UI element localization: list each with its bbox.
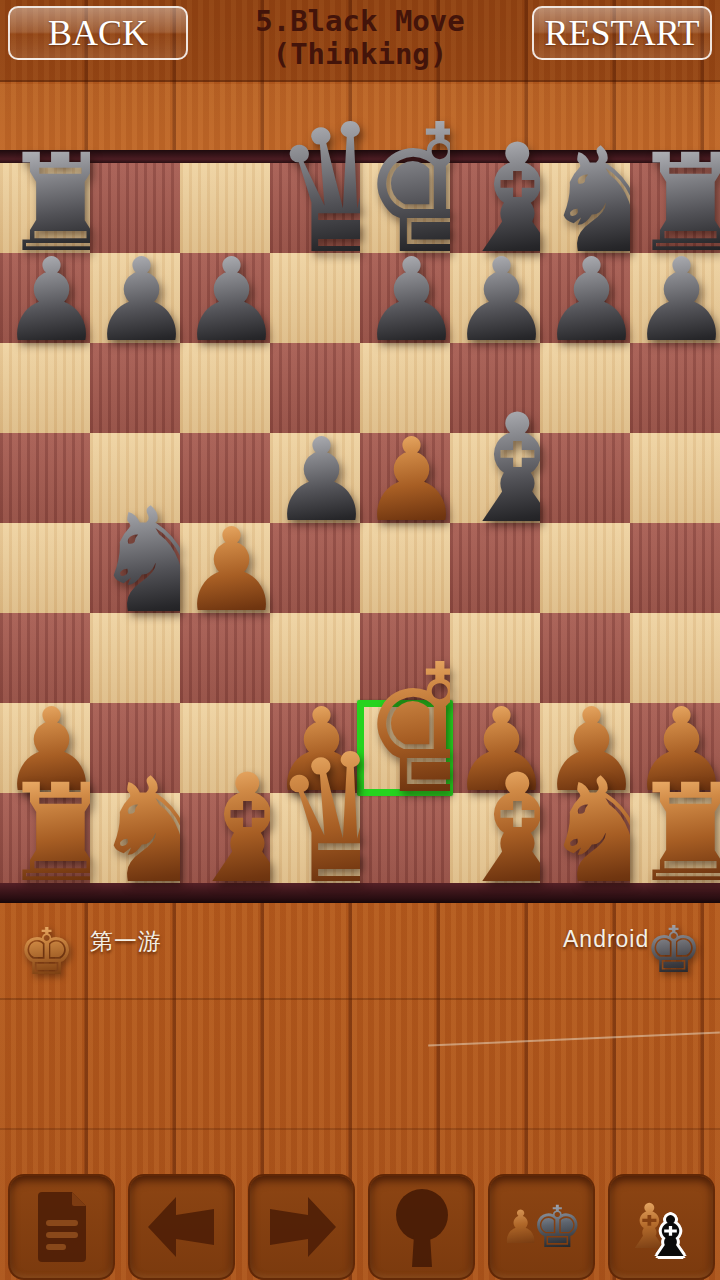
pawn-silhouette-icon	[387, 1187, 457, 1267]
square-h5[interactable]	[630, 433, 720, 523]
move-status: 5.Black Move (Thinking)	[180, 5, 540, 71]
white-player-name: 第一游	[90, 926, 162, 957]
white-pawn-c4[interactable]: ♟	[180, 513, 270, 628]
square-a4[interactable]	[0, 523, 90, 613]
redo-move-button[interactable]	[248, 1174, 355, 1280]
black-pawn-d5[interactable]: ♟	[270, 423, 360, 538]
left-arrow-icon	[146, 1195, 218, 1259]
pawn-silhouette-button[interactable]	[368, 1174, 475, 1280]
document-icon	[32, 1190, 92, 1264]
white-rook-a1[interactable]: ♜	[0, 766, 90, 901]
right-arrow-icon	[266, 1195, 338, 1259]
undo-move-button[interactable]	[128, 1174, 235, 1280]
moves-list-button[interactable]	[8, 1174, 115, 1280]
black-pawn-g7[interactable]: ♟	[540, 243, 630, 358]
white-bishop-f1[interactable]: ♝	[450, 754, 540, 904]
square-h4[interactable]	[630, 523, 720, 613]
wood-scratch-line	[428, 1031, 720, 1046]
small-white-pawn-icon: ♟	[500, 1204, 541, 1250]
black-pawn-f7[interactable]: ♟	[450, 243, 540, 358]
black-pawn-b7[interactable]: ♟	[90, 243, 180, 358]
chess-app-screen: { "game": "chess", "header": { "back_lab…	[0, 0, 720, 1280]
outlined-bishop-icon: ♝	[645, 1209, 695, 1265]
black-knight-b4[interactable]: ♞	[90, 488, 180, 633]
wood-seam	[0, 1128, 720, 1130]
white-pawn-e5[interactable]: ♟	[360, 423, 450, 538]
restart-button[interactable]: RESTART	[532, 6, 712, 60]
back-button[interactable]: BACK	[8, 6, 188, 60]
wood-seam	[0, 998, 720, 1000]
black-queen-d8[interactable]: ♛	[270, 101, 360, 279]
white-knight-b1[interactable]: ♞	[90, 758, 180, 903]
piece-set-button[interactable]: ♟ ♚	[488, 1174, 595, 1280]
black-pawn-c7[interactable]: ♟	[180, 243, 270, 358]
black-pawn-e7[interactable]: ♟	[360, 243, 450, 358]
black-player-name: Android	[563, 926, 649, 953]
piece-style-button[interactable]: ♝ ♝	[608, 1174, 715, 1280]
black-bishop-f5[interactable]: ♝	[450, 394, 540, 544]
white-rook-h1[interactable]: ♜	[630, 766, 720, 901]
move-status-line2: (Thinking)	[180, 38, 540, 71]
square-a5[interactable]	[0, 433, 90, 523]
white-queen-d1[interactable]: ♛	[270, 731, 360, 909]
chess-board: ♜♛♚♝♞♜♟♟♟♟♟♟♟♟♟♝♞♟♟♟♚♟♟♟♜♞♝♛♝♞♜	[0, 150, 720, 903]
white-king-icon: ♚	[18, 920, 75, 984]
white-knight-g1[interactable]: ♞	[540, 758, 630, 903]
black-king-icon: ♚	[645, 918, 702, 982]
white-bishop-c1[interactable]: ♝	[180, 754, 270, 904]
black-pawn-h7[interactable]: ♟	[630, 243, 720, 358]
black-pawn-a7[interactable]: ♟	[0, 243, 90, 358]
move-status-line1: 5.Black Move	[180, 5, 540, 38]
